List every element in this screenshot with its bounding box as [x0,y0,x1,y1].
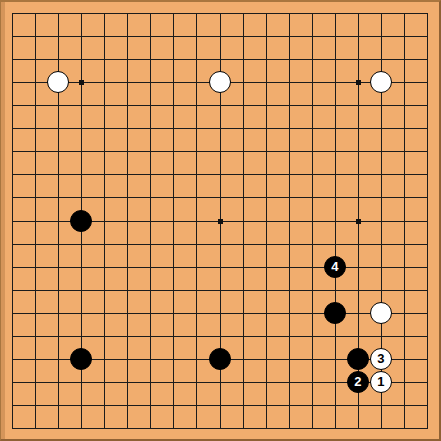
star-point [356,80,361,85]
move-number: 4 [331,260,338,273]
stone-black [209,348,231,370]
move-number: 1 [377,375,384,388]
grid-line-vertical [404,13,405,429]
stone-white [209,71,231,93]
grid-line-vertical [289,13,290,429]
go-board: 4321 [0,0,441,441]
grid-line-horizontal [12,336,428,337]
stone-black-move-4: 4 [324,256,346,278]
stone-black [324,302,346,324]
grid-line-horizontal [12,428,428,429]
star-point [218,219,223,224]
move-number: 2 [354,375,361,388]
grid-line-vertical [335,13,336,429]
grid-line-vertical [427,13,428,429]
star-point [79,80,84,85]
grid-line-vertical [243,13,244,429]
stone-black [70,348,92,370]
grid-line-vertical [266,13,267,429]
stone-black-move-2: 2 [347,371,369,393]
stone-black [347,348,369,370]
grid-line-horizontal [12,267,428,268]
grid-line-horizontal [12,244,428,245]
grid-line-horizontal [12,313,428,314]
stone-white [370,71,392,93]
star-point [356,219,361,224]
grid-line-horizontal [12,290,428,291]
grid-line-vertical [312,13,313,429]
grid-line-horizontal [12,405,428,406]
stone-white [47,71,69,93]
stone-white-move-1: 1 [370,371,392,393]
stone-white-move-3: 3 [370,348,392,370]
screenshot-canvas: 4321 [0,0,441,441]
stone-white [370,302,392,324]
move-number: 3 [377,352,384,365]
stone-black [70,210,92,232]
